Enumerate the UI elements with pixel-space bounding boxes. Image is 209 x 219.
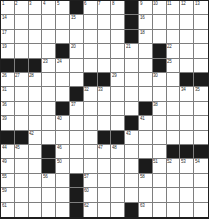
cell-r4c6[interactable]: 20 bbox=[70, 44, 84, 58]
cell-r3c13[interactable] bbox=[167, 30, 181, 44]
clue-number: 46 bbox=[57, 145, 62, 150]
cell-r7c2[interactable] bbox=[15, 87, 29, 101]
cell-r14c7[interactable]: 60 bbox=[84, 188, 98, 202]
clue-number: 9 bbox=[140, 1, 142, 6]
clue-number: 23 bbox=[43, 59, 48, 64]
cell-r8c15[interactable] bbox=[194, 102, 208, 116]
cell-r4c8[interactable] bbox=[98, 44, 112, 58]
cell-r11c12[interactable] bbox=[153, 145, 167, 159]
cell-r3c3[interactable] bbox=[29, 30, 43, 44]
black-cell-r1c6 bbox=[70, 1, 84, 15]
cell-r15c1[interactable]: 61 bbox=[1, 203, 15, 217]
cell-r13c8[interactable] bbox=[98, 174, 112, 188]
cell-r12c7[interactable] bbox=[84, 159, 98, 173]
black-cell-r15c10 bbox=[125, 203, 139, 217]
cell-r11c9[interactable]: 48 bbox=[111, 145, 125, 159]
cell-r4c10[interactable]: 21 bbox=[125, 44, 139, 58]
cell-r15c7[interactable]: 62 bbox=[84, 203, 98, 217]
cell-r2c12[interactable] bbox=[153, 15, 167, 29]
cell-r9c9[interactable] bbox=[111, 116, 125, 130]
cell-r2c1[interactable]: 14 bbox=[1, 15, 15, 29]
clue-number: 12 bbox=[181, 1, 186, 6]
cell-r8c4[interactable] bbox=[42, 102, 56, 116]
cell-r2c14[interactable] bbox=[180, 15, 194, 29]
clue-number: 61 bbox=[2, 203, 7, 208]
clue-number: 51 bbox=[153, 159, 158, 164]
cell-r3c1[interactable]: 17 bbox=[1, 30, 15, 44]
cell-r10c7[interactable] bbox=[84, 131, 98, 145]
black-cell-r6c8 bbox=[98, 73, 112, 87]
cell-r2c3[interactable] bbox=[29, 15, 43, 29]
cell-r2c5[interactable] bbox=[56, 15, 70, 29]
cell-r11c10[interactable] bbox=[125, 145, 139, 159]
clue-number: 16 bbox=[140, 15, 145, 20]
cell-r5c9[interactable] bbox=[111, 59, 125, 73]
clue-number: 50 bbox=[57, 159, 62, 164]
cell-r7c12[interactable] bbox=[153, 87, 167, 101]
cell-r11c11[interactable] bbox=[139, 145, 153, 159]
clue-number: 41 bbox=[140, 116, 145, 121]
cell-r2c8[interactable] bbox=[98, 15, 112, 29]
cell-r13c12[interactable] bbox=[153, 174, 167, 188]
cell-r6c9[interactable]: 29 bbox=[111, 73, 125, 87]
clue-number: 39 bbox=[2, 116, 7, 121]
cell-r13c9[interactable] bbox=[111, 174, 125, 188]
cell-r7c11[interactable] bbox=[139, 87, 153, 101]
cell-r14c13[interactable] bbox=[167, 188, 181, 202]
cell-r4c9[interactable] bbox=[111, 44, 125, 58]
cell-r6c3[interactable]: 28 bbox=[29, 73, 43, 87]
cell-r4c3[interactable] bbox=[29, 44, 43, 58]
cell-r14c9[interactable] bbox=[111, 188, 125, 202]
cell-r10c15[interactable] bbox=[194, 131, 208, 145]
cell-r12c2[interactable] bbox=[15, 159, 29, 173]
black-cell-r2c10 bbox=[125, 15, 139, 29]
clue-number: 30 bbox=[153, 73, 158, 78]
cell-r7c15[interactable]: 35 bbox=[194, 87, 208, 101]
cell-r5c15[interactable] bbox=[194, 59, 208, 73]
clue-number: 24 bbox=[57, 59, 62, 64]
cell-r2c2[interactable] bbox=[15, 15, 29, 29]
cell-r9c4[interactable] bbox=[42, 116, 56, 130]
cell-r12c1[interactable]: 49 bbox=[1, 159, 15, 173]
cell-r3c2[interactable] bbox=[15, 30, 29, 44]
clue-number: 33 bbox=[98, 87, 103, 92]
cell-r6c13[interactable] bbox=[167, 73, 181, 87]
black-cell-r14c6 bbox=[70, 188, 84, 202]
black-cell-r8c5 bbox=[56, 102, 70, 116]
black-cell-r6c15 bbox=[194, 73, 208, 87]
clue-number: 35 bbox=[195, 87, 200, 92]
cell-r1c15[interactable]: 13 bbox=[194, 1, 208, 15]
cell-r3c11[interactable]: 18 bbox=[139, 30, 153, 44]
cell-r8c8[interactable] bbox=[98, 102, 112, 116]
clue-number: 36 bbox=[2, 102, 7, 107]
cell-r15c9[interactable] bbox=[111, 203, 125, 217]
cell-r5c4[interactable]: 23 bbox=[42, 59, 56, 73]
clue-number: 45 bbox=[15, 145, 20, 150]
cell-r9c8[interactable] bbox=[98, 116, 112, 130]
black-cell-r13c6 bbox=[70, 174, 84, 188]
cell-r10c12[interactable] bbox=[153, 131, 167, 145]
black-cell-r15c6 bbox=[70, 203, 84, 217]
cell-r5c8[interactable] bbox=[98, 59, 112, 73]
clue-number: 57 bbox=[84, 174, 89, 179]
black-cell-r3c10 bbox=[125, 30, 139, 44]
cell-r8c7[interactable] bbox=[84, 102, 98, 116]
clue-number: 2 bbox=[15, 1, 17, 6]
cell-r1c4[interactable]: 4 bbox=[42, 1, 56, 15]
cell-r15c8[interactable] bbox=[98, 203, 112, 217]
clue-number: 43 bbox=[126, 131, 131, 136]
cell-r15c4[interactable] bbox=[42, 203, 56, 217]
black-cell-r5c2 bbox=[15, 59, 29, 73]
cell-r11c8[interactable]: 47 bbox=[98, 145, 112, 159]
cell-r5c11[interactable] bbox=[139, 59, 153, 73]
cell-r9c2[interactable] bbox=[15, 116, 29, 130]
clue-number: 58 bbox=[140, 174, 145, 179]
cell-r11c2[interactable]: 45 bbox=[15, 145, 29, 159]
cell-r1c7[interactable]: 6 bbox=[84, 1, 98, 15]
cell-r1c8[interactable]: 7 bbox=[98, 1, 112, 15]
cell-r12c5[interactable]: 50 bbox=[56, 159, 70, 173]
cell-r6c2[interactable]: 27 bbox=[15, 73, 29, 87]
cell-r10c3[interactable]: 42 bbox=[29, 131, 43, 145]
cell-r5c14[interactable] bbox=[180, 59, 194, 73]
cell-r3c4[interactable] bbox=[42, 30, 56, 44]
cell-r3c8[interactable] bbox=[98, 30, 112, 44]
black-cell-r8c11 bbox=[139, 102, 153, 116]
clue-number: 18 bbox=[140, 30, 145, 35]
clue-number: 21 bbox=[126, 44, 131, 49]
black-cell-r11c13 bbox=[167, 145, 181, 159]
black-cell-r4c5 bbox=[56, 44, 70, 58]
cell-r8c1[interactable]: 36 bbox=[1, 102, 15, 116]
cell-r12c12[interactable]: 51 bbox=[153, 159, 167, 173]
cell-r13c2[interactable] bbox=[15, 174, 29, 188]
cell-r2c15[interactable] bbox=[194, 15, 208, 29]
clue-number: 49 bbox=[2, 159, 7, 164]
cell-r6c10[interactable] bbox=[125, 73, 139, 87]
cell-r14c8[interactable] bbox=[98, 188, 112, 202]
cell-r1c2[interactable]: 2 bbox=[15, 1, 29, 15]
cell-r3c7[interactable] bbox=[84, 30, 98, 44]
cell-r4c15[interactable] bbox=[194, 44, 208, 58]
black-cell-r6c14 bbox=[180, 73, 194, 87]
cell-r12c6[interactable] bbox=[70, 159, 84, 173]
cell-r12c13[interactable]: 52 bbox=[167, 159, 181, 173]
cell-r9c7[interactable] bbox=[84, 116, 98, 130]
cell-r10c13[interactable] bbox=[167, 131, 181, 145]
cell-r14c2[interactable] bbox=[15, 188, 29, 202]
clue-number: 27 bbox=[15, 73, 20, 78]
cell-r7c14[interactable]: 34 bbox=[180, 87, 194, 101]
clue-number: 60 bbox=[84, 188, 89, 193]
cell-r11c6[interactable] bbox=[70, 145, 84, 159]
cell-r3c9[interactable] bbox=[111, 30, 125, 44]
black-cell-r12c11 bbox=[139, 159, 153, 173]
cell-r13c4[interactable]: 56 bbox=[42, 174, 56, 188]
cell-r12c14[interactable]: 53 bbox=[180, 159, 194, 173]
cell-r2c13[interactable] bbox=[167, 15, 181, 29]
black-cell-r5c12 bbox=[153, 59, 167, 73]
cell-r13c1[interactable]: 55 bbox=[1, 174, 15, 188]
cell-r12c8[interactable] bbox=[98, 159, 112, 173]
clue-number: 28 bbox=[29, 73, 34, 78]
clue-number: 17 bbox=[2, 30, 7, 35]
cell-r5c10[interactable] bbox=[125, 59, 139, 73]
cell-r12c10[interactable] bbox=[125, 159, 139, 173]
cell-r15c15[interactable] bbox=[194, 203, 208, 217]
black-cell-r1c10 bbox=[125, 1, 139, 15]
cell-r12c15[interactable]: 54 bbox=[194, 159, 208, 173]
cell-r4c14[interactable] bbox=[180, 44, 194, 58]
cell-r1c3[interactable]: 3 bbox=[29, 1, 43, 15]
clue-number: 11 bbox=[167, 1, 171, 6]
cell-r8c13[interactable] bbox=[167, 102, 181, 116]
cell-r6c1[interactable]: 26 bbox=[1, 73, 15, 87]
clue-number: 56 bbox=[43, 174, 48, 179]
cell-r6c5[interactable] bbox=[56, 73, 70, 87]
clue-number: 34 bbox=[181, 87, 186, 92]
cell-r3c5[interactable] bbox=[56, 30, 70, 44]
black-cell-r5c1 bbox=[1, 59, 15, 73]
cell-r8c3[interactable] bbox=[29, 102, 43, 116]
cell-r8c14[interactable] bbox=[180, 102, 194, 116]
cell-r10c11[interactable] bbox=[139, 131, 153, 145]
cell-r12c9[interactable] bbox=[111, 159, 125, 173]
cell-r6c6[interactable] bbox=[70, 73, 84, 87]
cell-r14c4[interactable] bbox=[42, 188, 56, 202]
cell-r14c12[interactable] bbox=[153, 188, 167, 202]
clue-number: 40 bbox=[57, 116, 62, 121]
cell-r2c9[interactable] bbox=[111, 15, 125, 29]
cell-r10c5[interactable] bbox=[56, 131, 70, 145]
clue-number: 3 bbox=[29, 1, 31, 6]
cell-r8c6[interactable]: 37 bbox=[70, 102, 84, 116]
black-cell-r10c1 bbox=[1, 131, 15, 145]
clue-number: 59 bbox=[2, 188, 7, 193]
clue-number: 1 bbox=[2, 1, 4, 6]
cell-r5c6[interactable] bbox=[70, 59, 84, 73]
cell-r1c12[interactable]: 10 bbox=[153, 1, 167, 15]
cell-r7c4[interactable] bbox=[42, 87, 56, 101]
cell-r1c13[interactable]: 11 bbox=[167, 1, 181, 15]
cell-r14c3[interactable] bbox=[29, 188, 43, 202]
cell-r9c13[interactable] bbox=[167, 116, 181, 130]
cell-r13c15[interactable] bbox=[194, 174, 208, 188]
cell-r9c14[interactable] bbox=[180, 116, 194, 130]
cell-r14c10[interactable] bbox=[125, 188, 139, 202]
cell-r6c11[interactable] bbox=[139, 73, 153, 87]
cell-r13c13[interactable] bbox=[167, 174, 181, 188]
clue-number: 52 bbox=[167, 159, 172, 164]
clue-number: 19 bbox=[2, 44, 7, 49]
clue-number: 42 bbox=[29, 131, 34, 136]
cell-r15c12[interactable] bbox=[153, 203, 167, 217]
cell-r5c5[interactable]: 24 bbox=[56, 59, 70, 73]
cell-r4c13[interactable]: 22 bbox=[167, 44, 181, 58]
cell-r3c14[interactable] bbox=[180, 30, 194, 44]
cell-r3c15[interactable] bbox=[194, 30, 208, 44]
cell-r7c8[interactable]: 33 bbox=[98, 87, 112, 101]
cell-r1c1[interactable]: 1 bbox=[1, 1, 15, 15]
cell-r9c15[interactable] bbox=[194, 116, 208, 130]
clue-number: 14 bbox=[2, 15, 7, 20]
cell-r13c7[interactable]: 57 bbox=[84, 174, 98, 188]
cell-r6c4[interactable] bbox=[42, 73, 56, 87]
clue-number: 44 bbox=[2, 145, 7, 150]
black-cell-r10c2 bbox=[15, 131, 29, 145]
clue-number: 4 bbox=[43, 1, 45, 6]
cell-r13c14[interactable] bbox=[180, 174, 194, 188]
clue-number: 25 bbox=[167, 59, 172, 64]
cell-r6c12[interactable]: 30 bbox=[153, 73, 167, 87]
cell-r15c5[interactable] bbox=[56, 203, 70, 217]
cell-r2c6[interactable]: 15 bbox=[70, 15, 84, 29]
clue-number: 10 bbox=[153, 1, 158, 6]
cell-r3c12[interactable] bbox=[153, 30, 167, 44]
cell-r4c11[interactable] bbox=[139, 44, 153, 58]
cell-r15c14[interactable] bbox=[180, 203, 194, 217]
cell-r14c1[interactable]: 59 bbox=[1, 188, 15, 202]
cell-r10c10[interactable]: 43 bbox=[125, 131, 139, 145]
cell-r7c10[interactable] bbox=[125, 87, 139, 101]
clue-number: 63 bbox=[140, 203, 145, 208]
cell-r15c11[interactable]: 63 bbox=[139, 203, 153, 217]
cell-r14c14[interactable] bbox=[180, 188, 194, 202]
cell-r4c2[interactable] bbox=[15, 44, 29, 58]
black-cell-r4c12 bbox=[153, 44, 167, 58]
cell-r13c10[interactable] bbox=[125, 174, 139, 188]
clue-number: 15 bbox=[71, 15, 76, 20]
cell-r1c11[interactable]: 9 bbox=[139, 1, 153, 15]
clue-number: 37 bbox=[71, 102, 76, 107]
clue-number: 48 bbox=[112, 145, 117, 150]
cell-r5c13[interactable]: 25 bbox=[167, 59, 181, 73]
cell-r9c12[interactable] bbox=[153, 116, 167, 130]
black-cell-r10c8 bbox=[98, 131, 112, 145]
clue-number: 47 bbox=[98, 145, 103, 150]
cell-r7c7[interactable]: 32 bbox=[84, 87, 98, 101]
cell-r15c3[interactable] bbox=[29, 203, 43, 217]
clue-number: 29 bbox=[112, 73, 117, 78]
cell-r8c2[interactable] bbox=[15, 102, 29, 116]
cell-r10c6[interactable] bbox=[70, 131, 84, 145]
clue-number: 55 bbox=[2, 174, 7, 179]
black-cell-r7c6 bbox=[70, 87, 84, 101]
cell-r2c11[interactable]: 16 bbox=[139, 15, 153, 29]
clue-number: 5 bbox=[57, 1, 59, 6]
cell-r3c6[interactable] bbox=[70, 30, 84, 44]
clue-number: 32 bbox=[84, 87, 89, 92]
cell-r7c5[interactable] bbox=[56, 87, 70, 101]
cell-r9c3[interactable] bbox=[29, 116, 43, 130]
cell-r9c5[interactable]: 40 bbox=[56, 116, 70, 130]
cell-r7c3[interactable] bbox=[29, 87, 43, 101]
black-cell-r6c7 bbox=[84, 73, 98, 87]
black-cell-r11c15 bbox=[194, 145, 208, 159]
cell-r7c13[interactable] bbox=[167, 87, 181, 101]
cell-r7c1[interactable]: 31 bbox=[1, 87, 15, 101]
cell-r10c4[interactable] bbox=[42, 131, 56, 145]
cell-r12c3[interactable] bbox=[29, 159, 43, 173]
cell-r8c10[interactable] bbox=[125, 102, 139, 116]
clue-number: 13 bbox=[195, 1, 200, 6]
clue-number: 38 bbox=[153, 102, 158, 107]
cell-r4c1[interactable]: 19 bbox=[1, 44, 15, 58]
clue-number: 26 bbox=[2, 73, 7, 78]
cell-r11c7[interactable] bbox=[84, 145, 98, 159]
cell-r8c12[interactable]: 38 bbox=[153, 102, 167, 116]
cell-r11c1[interactable]: 44 bbox=[1, 145, 15, 159]
cell-r11c5[interactable]: 46 bbox=[56, 145, 70, 159]
clue-number: 62 bbox=[84, 203, 89, 208]
cell-r1c14[interactable]: 12 bbox=[180, 1, 194, 15]
cell-r4c4[interactable] bbox=[42, 44, 56, 58]
cell-r14c11[interactable] bbox=[139, 188, 153, 202]
black-cell-r11c4 bbox=[42, 145, 56, 159]
crossword-grid: 1234567891011121314151617181920212223242… bbox=[0, 0, 209, 219]
black-cell-r11c14 bbox=[180, 145, 194, 159]
cell-r13c3[interactable] bbox=[29, 174, 43, 188]
clue-number: 31 bbox=[2, 87, 7, 92]
cell-r11c3[interactable] bbox=[29, 145, 43, 159]
cell-r9c11[interactable]: 41 bbox=[139, 116, 153, 130]
cell-r8c9[interactable] bbox=[111, 102, 125, 116]
black-cell-r12c4 bbox=[42, 159, 56, 173]
black-cell-r5c3 bbox=[29, 59, 43, 73]
cell-r7c9[interactable] bbox=[111, 87, 125, 101]
cell-r13c11[interactable]: 58 bbox=[139, 174, 153, 188]
clue-number: 7 bbox=[98, 1, 100, 6]
clue-number: 54 bbox=[195, 159, 200, 164]
cell-r9c6[interactable] bbox=[70, 116, 84, 130]
cell-r15c13[interactable] bbox=[167, 203, 181, 217]
cell-r13c5[interactable] bbox=[56, 174, 70, 188]
cell-r10c14[interactable] bbox=[180, 131, 194, 145]
cell-r14c5[interactable] bbox=[56, 188, 70, 202]
cell-r15c2[interactable] bbox=[15, 203, 29, 217]
cell-r1c9[interactable]: 8 bbox=[111, 1, 125, 15]
cell-r4c7[interactable] bbox=[84, 44, 98, 58]
cell-r2c4[interactable] bbox=[42, 15, 56, 29]
clue-number: 6 bbox=[84, 1, 86, 6]
clue-number: 53 bbox=[181, 159, 186, 164]
cell-r14c15[interactable] bbox=[194, 188, 208, 202]
clue-number: 8 bbox=[112, 1, 114, 6]
crossword-puzzle: 1234567891011121314151617181920212223242… bbox=[0, 0, 209, 219]
black-cell-r9c10 bbox=[125, 116, 139, 130]
clue-number: 22 bbox=[167, 44, 172, 49]
clue-number: 20 bbox=[71, 44, 76, 49]
cell-r9c1[interactable]: 39 bbox=[1, 116, 15, 130]
cell-r2c7[interactable] bbox=[84, 15, 98, 29]
cell-r5c7[interactable] bbox=[84, 59, 98, 73]
cell-r1c5[interactable]: 5 bbox=[56, 1, 70, 15]
black-cell-r10c9 bbox=[111, 131, 125, 145]
